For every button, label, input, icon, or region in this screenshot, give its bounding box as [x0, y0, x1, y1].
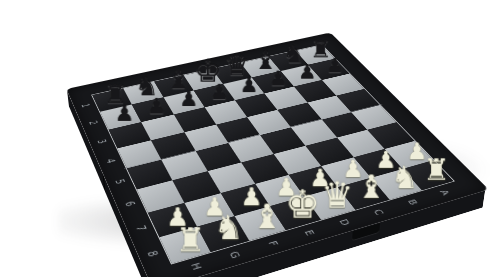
- file-label-f: F: [260, 235, 285, 252]
- rank-label-7: 7: [129, 220, 152, 236]
- rank-label-3: 3: [91, 135, 111, 148]
- square-e2: ♟: [194, 84, 235, 107]
- black-pawn: ♟: [179, 89, 198, 110]
- chess-board: ♜♞♝♚♛♝♞♜♟♟♟♟♟♟♟♟♟♟♟♟♟♟♟♟♜♞♝♚♛♝♞♜ 1H2G3F4…: [66, 33, 489, 277]
- white-king: ♚: [285, 184, 320, 223]
- white-bishop: ♝: [251, 200, 281, 234]
- black-pawn: ♟: [269, 69, 287, 89]
- rank-label-4: 4: [100, 154, 121, 167]
- file-label-b: B: [400, 195, 425, 210]
- file-label-g: G: [222, 246, 247, 264]
- rank-label-2: 2: [83, 117, 102, 129]
- black-pawn: ♟: [210, 82, 229, 103]
- black-pawn: ♟: [298, 62, 316, 82]
- file-label-h: H: [184, 257, 209, 275]
- black-pawn: ♟: [115, 103, 134, 125]
- white-bishop: ♝: [357, 171, 386, 203]
- black-pawn: ♟: [326, 56, 344, 76]
- white-knight: ♞: [391, 163, 419, 194]
- product-photo-canvas: ♜♞♝♚♛♝♞♜♟♟♟♟♟♟♟♟♟♟♟♟♟♟♟♟♜♞♝♚♛♝♞♜ 1H2G3F4…: [0, 0, 500, 277]
- file-label-c: C: [366, 204, 391, 220]
- white-rook: ♜: [176, 224, 205, 256]
- file-label-d: D: [332, 214, 357, 230]
- rank-label-6: 6: [118, 197, 140, 212]
- rank-label-8: 8: [140, 245, 164, 263]
- rank-label-5: 5: [109, 175, 130, 189]
- black-pawn: ♟: [147, 96, 166, 117]
- rank-label-1: 1: [76, 100, 95, 111]
- scene: ♜♞♝♚♛♝♞♜♟♟♟♟♟♟♟♟♟♟♟♟♟♟♟♟♜♞♝♚♛♝♞♜ 1H2G3F4…: [100, 0, 420, 277]
- file-label-e: E: [297, 225, 322, 242]
- black-pawn: ♟: [240, 75, 258, 96]
- white-queen: ♛: [321, 177, 353, 213]
- file-label-a: A: [432, 185, 457, 200]
- white-knight: ♞: [214, 212, 244, 245]
- white-rook: ♜: [423, 155, 449, 184]
